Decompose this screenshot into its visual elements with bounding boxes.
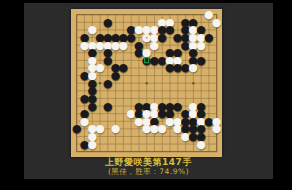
board-cell[interactable]: ● — [158, 125, 166, 133]
board-cell[interactable]: ● — [104, 79, 112, 87]
board-cell[interactable] — [143, 79, 151, 87]
board-cell[interactable] — [135, 72, 143, 80]
board-cell[interactable]: ● — [119, 41, 127, 49]
board-cell[interactable] — [112, 133, 120, 141]
evaluation-caption: (黑佳，胜率：74.9%) — [24, 167, 273, 177]
broadcast-panel: ●●●●●●●●●●●●●●●●●●●●●●●●●●●●●●●●●●●●●●●●… — [24, 3, 273, 179]
board-cell[interactable] — [213, 64, 221, 72]
board[interactable]: ●●●●●●●●●●●●●●●●●●●●●●●●●●●●●●●●●●●●●●●●… — [71, 9, 222, 157]
board-cell[interactable] — [127, 133, 135, 141]
board-cell[interactable]: ● — [197, 140, 205, 148]
board-cell[interactable] — [143, 148, 151, 156]
board-cell[interactable] — [189, 79, 197, 87]
board-cell[interactable] — [73, 49, 81, 57]
board-cell[interactable] — [174, 140, 182, 148]
board-cell[interactable] — [166, 79, 174, 87]
board-cell[interactable] — [213, 133, 221, 141]
board-cell[interactable] — [135, 148, 143, 156]
board-cell[interactable] — [166, 133, 174, 141]
board-cell[interactable]: ● — [158, 34, 166, 42]
board-cell[interactable] — [127, 79, 135, 87]
board-cell[interactable] — [158, 148, 166, 156]
board-cell[interactable]: ● — [73, 125, 81, 133]
board-cell[interactable] — [112, 148, 120, 156]
board-cell[interactable] — [197, 64, 205, 72]
board-cell[interactable] — [96, 140, 104, 148]
board-cell[interactable] — [73, 19, 81, 27]
board-cell[interactable] — [150, 148, 158, 156]
board-cell[interactable] — [88, 110, 96, 118]
board-cell[interactable] — [197, 72, 205, 80]
board-cell[interactable] — [112, 102, 120, 110]
board-cell[interactable] — [119, 117, 127, 125]
board-cell[interactable] — [174, 79, 182, 87]
board-cell[interactable] — [119, 49, 127, 57]
board-cell[interactable] — [127, 125, 135, 133]
board-cell[interactable] — [73, 11, 81, 19]
board-cell[interactable] — [205, 72, 213, 80]
board-cell[interactable] — [150, 64, 158, 72]
board-cell[interactable] — [205, 57, 213, 65]
board-cell[interactable] — [119, 148, 127, 156]
board-cell[interactable] — [135, 87, 143, 95]
board-cell[interactable] — [119, 125, 127, 133]
board-cell[interactable] — [143, 133, 151, 141]
board-cell[interactable] — [213, 140, 221, 148]
board-cell[interactable] — [174, 148, 182, 156]
board-cell[interactable] — [73, 148, 81, 156]
board-cell[interactable] — [150, 140, 158, 148]
board-cell[interactable] — [143, 87, 151, 95]
board-cell[interactable] — [205, 87, 213, 95]
board-cell[interactable] — [127, 57, 135, 65]
board-cell[interactable] — [213, 87, 221, 95]
board-cell[interactable] — [96, 87, 104, 95]
board-cell[interactable] — [150, 87, 158, 95]
board-cell[interactable] — [104, 133, 112, 141]
board-cell[interactable] — [205, 140, 213, 148]
board-cell[interactable] — [205, 79, 213, 87]
board-cell[interactable] — [119, 79, 127, 87]
board-cell[interactable]: ● — [189, 64, 197, 72]
board-cell[interactable]: ● — [213, 19, 221, 27]
board-cell[interactable] — [112, 110, 120, 118]
board-cell[interactable] — [197, 79, 205, 87]
board-cell[interactable] — [112, 87, 120, 95]
board-cell[interactable] — [213, 102, 221, 110]
board-cell[interactable] — [119, 72, 127, 80]
board-cell[interactable] — [166, 140, 174, 148]
board-cell[interactable] — [189, 72, 197, 80]
board-cell[interactable] — [96, 148, 104, 156]
board-cell[interactable] — [119, 133, 127, 141]
board-cell[interactable] — [158, 140, 166, 148]
board-cell[interactable] — [174, 87, 182, 95]
board-cell[interactable] — [213, 79, 221, 87]
board-cell[interactable] — [112, 140, 120, 148]
board-cell[interactable] — [189, 148, 197, 156]
board-cell[interactable]: ● — [104, 102, 112, 110]
board-cell[interactable] — [73, 57, 81, 65]
board-cell[interactable] — [213, 148, 221, 156]
board-cell[interactable] — [143, 72, 151, 80]
board-cell[interactable]: ● — [88, 140, 96, 148]
board-cell[interactable] — [96, 110, 104, 118]
board-cell[interactable] — [143, 11, 151, 19]
board-cell[interactable] — [150, 133, 158, 141]
board-cell[interactable] — [81, 11, 89, 19]
board-cell[interactable] — [150, 72, 158, 80]
board-cell[interactable] — [158, 87, 166, 95]
board-cell[interactable] — [182, 87, 190, 95]
board-cell[interactable]: ● — [96, 125, 104, 133]
board-cell[interactable] — [104, 110, 112, 118]
board-cell[interactable] — [81, 148, 89, 156]
board-cell[interactable] — [158, 133, 166, 141]
board-cell[interactable] — [112, 79, 120, 87]
board-cell[interactable]: ● — [112, 125, 120, 133]
board-cell[interactable] — [166, 72, 174, 80]
board-cell[interactable] — [205, 41, 213, 49]
board-cell[interactable] — [189, 87, 197, 95]
board-cell[interactable] — [112, 19, 120, 27]
board-cell[interactable] — [213, 34, 221, 42]
board-cell[interactable]: ● — [150, 41, 158, 49]
board-intersections: ●●●●●●●●●●●●●●●●●●●●●●●●●●●●●●●●●●●●●●●●… — [73, 11, 221, 156]
board-cell[interactable] — [88, 148, 96, 156]
last-move-marker — [144, 58, 150, 64]
board-cell[interactable] — [135, 79, 143, 87]
board-cell[interactable]: ● — [96, 64, 104, 72]
board-cell[interactable] — [205, 64, 213, 72]
board-cell[interactable] — [127, 87, 135, 95]
board-cell[interactable] — [88, 11, 96, 19]
board-cell[interactable] — [182, 140, 190, 148]
board-cell[interactable] — [182, 79, 190, 87]
board-cell[interactable] — [197, 87, 205, 95]
board-cell[interactable]: ● — [104, 19, 112, 27]
board-cell[interactable] — [135, 133, 143, 141]
board-cell[interactable] — [166, 87, 174, 95]
board-cell[interactable] — [119, 140, 127, 148]
board-cell[interactable] — [73, 79, 81, 87]
board-cell[interactable] — [135, 64, 143, 72]
board-cell[interactable] — [213, 49, 221, 57]
board-cell[interactable]: ● — [197, 41, 205, 49]
board-cell[interactable] — [213, 72, 221, 80]
board-cell[interactable]: ● — [213, 125, 221, 133]
board-cell[interactable] — [213, 95, 221, 103]
board-cell[interactable] — [143, 140, 151, 148]
board-cell[interactable] — [135, 11, 143, 19]
board-cell[interactable] — [127, 148, 135, 156]
board-cell[interactable]: ● — [119, 64, 127, 72]
board-cell[interactable] — [127, 72, 135, 80]
board-cell[interactable] — [96, 133, 104, 141]
board-cell[interactable] — [127, 11, 135, 19]
board-cell[interactable] — [158, 79, 166, 87]
board-cell[interactable] — [213, 41, 221, 49]
board-cell[interactable] — [119, 11, 127, 19]
board-cell[interactable] — [166, 148, 174, 156]
board-cell[interactable] — [158, 72, 166, 80]
board-cell[interactable] — [135, 140, 143, 148]
previous-move-marker — [145, 36, 148, 39]
board-cell[interactable] — [197, 148, 205, 156]
board-cell[interactable] — [104, 87, 112, 95]
board-cell[interactable] — [174, 72, 182, 80]
board-cell[interactable] — [143, 64, 151, 72]
board-cell[interactable] — [119, 95, 127, 103]
board-cell[interactable] — [182, 72, 190, 80]
board-cell[interactable]: ● — [197, 57, 205, 65]
board-cell[interactable] — [104, 140, 112, 148]
board-cell[interactable] — [213, 57, 221, 65]
board-cell[interactable] — [119, 87, 127, 95]
board-cell[interactable]: ● — [88, 102, 96, 110]
board-cell[interactable] — [205, 148, 213, 156]
board-cell[interactable] — [127, 140, 135, 148]
board-cell[interactable] — [104, 148, 112, 156]
board-cell[interactable] — [127, 64, 135, 72]
app-frame: ●●●●●●●●●●●●●●●●●●●●●●●●●●●●●●●●●●●●●●●●… — [0, 0, 292, 190]
board-cell[interactable] — [182, 148, 190, 156]
board-cell[interactable] — [150, 79, 158, 87]
